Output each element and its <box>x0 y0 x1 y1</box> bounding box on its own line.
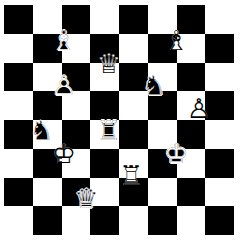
bishop-outline: ♗ <box>161 26 191 56</box>
white-king-b3[interactable]: ♚♔ <box>49 139 79 169</box>
black-rook-d4[interactable]: ♜♖ <box>94 116 124 146</box>
queen-outline: ♕ <box>71 184 101 214</box>
piece-layer: ♝♗♝♗♛♕♟♙♞♘♟♙♞♘♜♖♚♔♚♔♜♖♛♕ <box>30 30 210 210</box>
black-bishop-b8[interactable]: ♝♗ <box>49 26 79 56</box>
square-a1[interactable] <box>4 206 33 235</box>
queen-outline: ♕ <box>94 49 124 79</box>
white-bishop-g8[interactable]: ♝♗ <box>161 26 191 56</box>
black-knight-f6[interactable]: ♞♘ <box>139 71 169 101</box>
square-a3[interactable] <box>4 149 33 178</box>
rook-outline: ♖ <box>116 161 146 191</box>
square-g1[interactable] <box>177 206 206 235</box>
rook-outline: ♖ <box>94 116 124 146</box>
pawn-outline: ♙ <box>184 94 214 124</box>
king-outline: ♔ <box>161 139 191 169</box>
knight-outline: ♘ <box>139 71 169 101</box>
king-outline: ♔ <box>49 139 79 169</box>
square-a2[interactable] <box>4 178 33 207</box>
black-pawn-b6[interactable]: ♟♙ <box>49 71 79 101</box>
white-rook-e2[interactable]: ♜♖ <box>116 161 146 191</box>
square-a6[interactable] <box>4 63 33 92</box>
square-f1[interactable] <box>148 206 177 235</box>
pawn-outline: ♙ <box>49 71 79 101</box>
black-king-g3[interactable]: ♚♔ <box>161 139 191 169</box>
black-queen-c1[interactable]: ♛♕ <box>71 184 101 214</box>
square-a8[interactable] <box>4 5 33 34</box>
white-pawn-h5[interactable]: ♟♙ <box>184 94 214 124</box>
chess-diagram: ♝♗♝♗♛♕♟♙♞♘♟♙♞♘♜♖♚♔♚♔♜♖♛♕ <box>0 0 240 240</box>
white-queen-d7[interactable]: ♛♕ <box>94 49 124 79</box>
square-b1[interactable] <box>33 206 62 235</box>
bishop-outline: ♗ <box>49 26 79 56</box>
square-h1[interactable] <box>205 206 234 235</box>
square-a7[interactable] <box>4 34 33 63</box>
square-e1[interactable] <box>119 206 148 235</box>
